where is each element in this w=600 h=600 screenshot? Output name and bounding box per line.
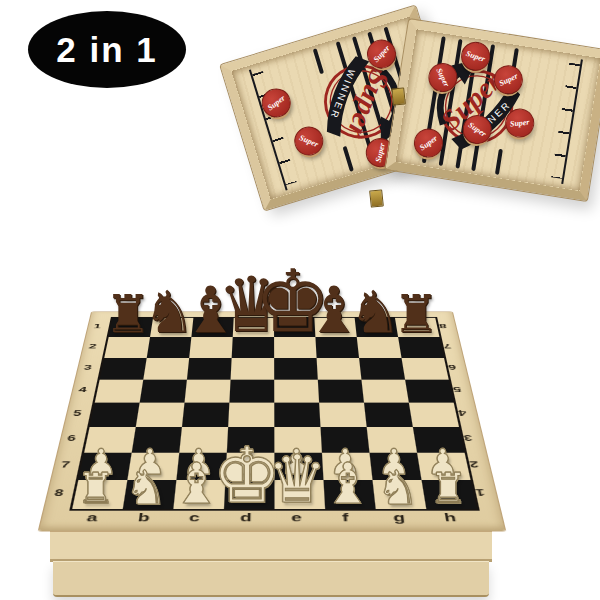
rank-label-left: 2 [88, 342, 97, 350]
square-c7 [176, 453, 226, 480]
square-e8 [274, 480, 325, 509]
square-h7 [417, 453, 471, 480]
square-f4 [318, 380, 364, 403]
square-f3 [317, 358, 362, 380]
square-a6 [84, 427, 136, 453]
square-g6 [367, 427, 417, 453]
file-label: a [86, 511, 99, 524]
square-g1 [355, 318, 399, 338]
square-e1 [274, 318, 315, 338]
puck: Super [503, 106, 536, 139]
product-photo: 2 in 1 Super WINNER [0, 0, 600, 600]
file-label: e [291, 511, 302, 524]
square-b3 [143, 358, 189, 380]
square-g4 [361, 380, 408, 403]
square-g2 [357, 337, 402, 358]
square-h2 [398, 337, 444, 358]
rank-label-right: 7 [443, 342, 452, 350]
square-c8 [173, 480, 225, 509]
rank-label-left: 4 [78, 385, 88, 394]
two-in-one-badge: 2 in 1 [28, 11, 186, 88]
square-c2 [189, 337, 233, 358]
rank-label-left: 5 [72, 409, 82, 418]
square-b4 [140, 380, 187, 403]
square-b7 [127, 453, 179, 480]
square-b5 [136, 403, 185, 427]
square-d2 [232, 337, 274, 358]
badge-label: 2 in 1 [56, 30, 157, 70]
rank-label-right: 4 [457, 409, 467, 418]
square-e3 [274, 358, 318, 380]
file-label: d [240, 511, 252, 524]
square-f7 [322, 453, 373, 480]
square-d4 [229, 380, 274, 403]
file-label: g [392, 511, 405, 524]
square-c5 [182, 403, 229, 427]
square-a7 [78, 453, 131, 480]
square-e4 [274, 380, 319, 403]
brass-hinge [369, 189, 384, 207]
square-e5 [274, 403, 320, 427]
square-g7 [369, 453, 421, 480]
storage-box-lower [53, 561, 489, 597]
square-d3 [231, 358, 275, 380]
square-f5 [319, 403, 367, 427]
chess-board: 1827364554637281abcdefgh [39, 312, 505, 531]
square-a1 [109, 318, 153, 338]
square-a8 [72, 480, 127, 509]
square-a2 [104, 337, 150, 358]
sling-right-half: Super WINNER SuperSuperSuperSuperSuperSu… [385, 19, 600, 201]
sling-right-field: Super WINNER SuperSuperSuperSuperSuperSu… [396, 29, 600, 190]
storage-box-upper [50, 531, 492, 562]
square-e6 [274, 427, 322, 453]
rank-label-right: 1 [475, 487, 486, 498]
square-d6 [227, 427, 275, 453]
square-h6 [413, 427, 465, 453]
rank-label-left: 1 [93, 322, 102, 329]
rank-label-right: 5 [452, 385, 462, 394]
file-label: b [137, 511, 150, 524]
square-e2 [274, 337, 317, 358]
square-f6 [320, 427, 369, 453]
chess-grid [69, 317, 479, 511]
square-h3 [402, 358, 449, 380]
file-label: h [443, 511, 457, 524]
square-f8 [323, 480, 375, 509]
square-b2 [147, 337, 192, 358]
square-c3 [187, 358, 232, 380]
rank-label-left: 8 [53, 487, 64, 498]
square-d7 [225, 453, 274, 480]
square-f1 [314, 318, 356, 338]
rank-label-right: 2 [468, 459, 479, 469]
square-g5 [364, 403, 413, 427]
square-g8 [373, 480, 427, 509]
square-d5 [228, 403, 274, 427]
file-label: f [342, 511, 349, 524]
square-b6 [132, 427, 182, 453]
sling-puck-game: Super WINNER SuperSuperSuperSuperSuper [180, 8, 600, 270]
goal-ticks [551, 63, 580, 179]
square-g3 [359, 358, 405, 380]
square-b1 [150, 318, 193, 338]
square-f2 [315, 337, 359, 358]
square-h5 [409, 403, 459, 427]
square-c1 [191, 318, 233, 338]
square-d1 [233, 318, 274, 338]
square-h1 [395, 318, 440, 338]
brass-hinge [391, 87, 406, 105]
rank-label-right: 6 [447, 363, 457, 371]
square-h8 [422, 480, 477, 509]
file-label: c [189, 511, 201, 524]
square-c4 [185, 380, 231, 403]
rank-label-left: 7 [60, 459, 71, 469]
square-b8 [123, 480, 177, 509]
rank-label-left: 6 [66, 433, 77, 443]
square-h4 [405, 380, 454, 403]
rank-label-right: 8 [438, 322, 447, 329]
square-e7 [274, 453, 323, 480]
rank-label-right: 3 [463, 433, 474, 443]
square-c6 [179, 427, 228, 453]
square-a5 [90, 403, 140, 427]
square-a3 [100, 358, 147, 380]
square-d8 [224, 480, 275, 509]
rank-label-left: 3 [83, 363, 93, 371]
square-a4 [95, 380, 144, 403]
goal-line-right [561, 59, 583, 184]
